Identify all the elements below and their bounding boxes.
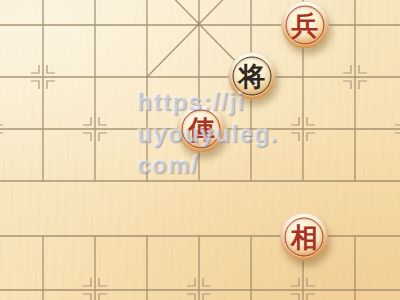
piece-char-general: 将 [229, 53, 276, 100]
piece-char-soldier: 兵 [282, 2, 329, 49]
piece-black-general[interactable]: 将 [229, 53, 276, 100]
piece-char-chariot: 俥 [178, 106, 225, 153]
position-markers [0, 65, 400, 300]
piece-red-soldier[interactable]: 兵 [282, 2, 329, 49]
piece-red-elephant[interactable]: 相 [281, 214, 328, 261]
xiangqi-board-screen: 兵 将 俥 相 https://ji uyouyuleg. com/ [0, 0, 400, 300]
piece-char-elephant: 相 [281, 214, 328, 261]
piece-red-chariot[interactable]: 俥 [178, 106, 225, 153]
